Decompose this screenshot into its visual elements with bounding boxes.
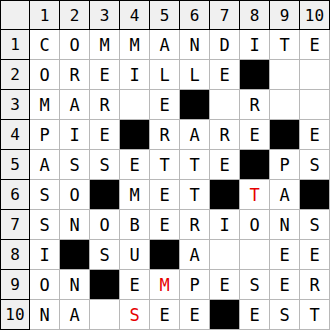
cell-r5c4[interactable]: E (120, 150, 150, 180)
cell-r4c3[interactable]: E (90, 120, 120, 150)
cell-r10c9[interactable]: S (270, 300, 300, 330)
block-cell-r4c4 (120, 120, 150, 150)
block-cell-r6c7 (210, 180, 240, 210)
cell-r9c5[interactable]: M (150, 270, 180, 300)
row-header-8: 8 (0, 240, 30, 270)
cell-r8c9[interactable]: E (270, 240, 300, 270)
cell-r10c6[interactable]: E (180, 300, 210, 330)
col-header-4: 4 (120, 0, 150, 30)
cell-r2c1[interactable]: O (30, 60, 60, 90)
cell-r6c4[interactable]: M (120, 180, 150, 210)
cell-r10c4[interactable]: S (120, 300, 150, 330)
col-header-1: 1 (30, 0, 60, 30)
cell-r9c8[interactable]: S (240, 270, 270, 300)
cell-r4c1[interactable]: P (30, 120, 60, 150)
cell-r9c1[interactable]: O (30, 270, 60, 300)
cell-r5c1[interactable]: A (30, 150, 60, 180)
cell-r10c10[interactable]: T (300, 300, 330, 330)
cell-r1c7[interactable]: D (210, 30, 240, 60)
cell-r5c9[interactable]: P (270, 150, 300, 180)
cell-r3c3[interactable]: R (90, 90, 120, 120)
col-header-10: 10 (300, 0, 330, 30)
row-header-10: 10 (0, 300, 30, 330)
cell-r7c1[interactable]: S (30, 210, 60, 240)
col-header-9: 9 (270, 0, 300, 30)
row-header-4: 4 (0, 120, 30, 150)
cell-r6c5[interactable]: E (150, 180, 180, 210)
cell-r5c6[interactable]: T (180, 150, 210, 180)
cell-r9c6[interactable]: P (180, 270, 210, 300)
cell-r5c10[interactable]: S (300, 150, 330, 180)
cell-r1c4[interactable]: M (120, 30, 150, 60)
cell-r7c8[interactable]: O (240, 210, 270, 240)
cell-r10c3[interactable] (90, 300, 120, 330)
cell-r3c2[interactable]: A (60, 90, 90, 120)
cell-r7c4[interactable]: B (120, 210, 150, 240)
cell-r6c1[interactable]: S (30, 180, 60, 210)
cell-r8c8[interactable] (240, 240, 270, 270)
row-header-5: 5 (0, 150, 30, 180)
block-cell-r4c9 (270, 120, 300, 150)
cell-r9c9[interactable]: E (270, 270, 300, 300)
cell-r2c4[interactable]: I (120, 60, 150, 90)
cell-r6c2[interactable]: O (60, 180, 90, 210)
row-header-3: 3 (0, 90, 30, 120)
cell-r8c4[interactable]: U (120, 240, 150, 270)
cell-r1c9[interactable]: T (270, 30, 300, 60)
cell-r3c7[interactable] (210, 90, 240, 120)
cell-r3c8[interactable]: R (240, 90, 270, 120)
corner-header (0, 0, 30, 30)
cell-r8c6[interactable]: A (180, 240, 210, 270)
block-cell-r5c8 (240, 150, 270, 180)
cell-r3c10[interactable] (300, 90, 330, 120)
cell-r7c7[interactable]: I (210, 210, 240, 240)
cell-r8c3[interactable]: S (90, 240, 120, 270)
row-header-2: 2 (0, 60, 30, 90)
cell-r1c5[interactable]: A (150, 30, 180, 60)
block-cell-r8c2 (60, 240, 90, 270)
col-header-2: 2 (60, 0, 90, 30)
cell-r3c5[interactable]: E (150, 90, 180, 120)
cell-r10c5[interactable]: E (150, 300, 180, 330)
block-cell-r9c3 (90, 270, 120, 300)
cell-r2c9[interactable] (270, 60, 300, 90)
cell-r5c5[interactable]: T (150, 150, 180, 180)
cell-r10c8[interactable]: E (240, 300, 270, 330)
cell-r4c2[interactable]: I (60, 120, 90, 150)
cell-r1c10[interactable]: E (300, 30, 330, 60)
cell-r2c6[interactable]: L (180, 60, 210, 90)
cell-r6c8[interactable]: T (240, 180, 270, 210)
cell-r7c5[interactable]: E (150, 210, 180, 240)
cell-r5c3[interactable]: S (90, 150, 120, 180)
cell-r6c9[interactable]: A (270, 180, 300, 210)
cell-r5c2[interactable]: S (60, 150, 90, 180)
cell-r7c9[interactable]: N (270, 210, 300, 240)
cell-r2c3[interactable]: E (90, 60, 120, 90)
cell-r9c7[interactable]: E (210, 270, 240, 300)
cell-r4c5[interactable]: R (150, 120, 180, 150)
cell-r10c2[interactable]: A (60, 300, 90, 330)
cell-r7c2[interactable]: N (60, 210, 90, 240)
cell-r6c6[interactable]: T (180, 180, 210, 210)
block-cell-r10c7 (210, 300, 240, 330)
cell-r4c7[interactable]: R (210, 120, 240, 150)
cell-r1c6[interactable]: N (180, 30, 210, 60)
cell-r2c2[interactable]: R (60, 60, 90, 90)
block-cell-r8c5 (150, 240, 180, 270)
cell-r4c10[interactable]: E (300, 120, 330, 150)
cell-r4c8[interactable]: E (240, 120, 270, 150)
col-header-7: 7 (210, 0, 240, 30)
block-cell-r2c8 (240, 60, 270, 90)
cell-r3c9[interactable] (270, 90, 300, 120)
cell-r9c10[interactable]: R (300, 270, 330, 300)
cell-r1c2[interactable]: O (60, 30, 90, 60)
cell-r8c7[interactable] (210, 240, 240, 270)
row-header-6: 6 (0, 180, 30, 210)
cell-r8c10[interactable]: E (300, 240, 330, 270)
col-header-3: 3 (90, 0, 120, 30)
cell-r1c3[interactable]: M (90, 30, 120, 60)
row-header-1: 1 (0, 30, 30, 60)
row-header-7: 7 (0, 210, 30, 240)
cell-r7c10[interactable]: S (300, 210, 330, 240)
row-header-9: 9 (0, 270, 30, 300)
cell-r7c3[interactable]: O (90, 210, 120, 240)
cell-r8c1[interactable]: I (30, 240, 60, 270)
cell-r3c1[interactable]: M (30, 90, 60, 120)
cell-r3c4[interactable] (120, 90, 150, 120)
cell-r2c5[interactable]: L (150, 60, 180, 90)
cell-r10c1[interactable]: N (30, 300, 60, 330)
block-cell-r3c6 (180, 90, 210, 120)
col-header-8: 8 (240, 0, 270, 30)
col-header-5: 5 (150, 0, 180, 30)
cell-r4c6[interactable]: A (180, 120, 210, 150)
block-cell-r6c10 (300, 180, 330, 210)
crossword-board: 123456789101COMMANDITE2OREILLE3MARER4PIE… (0, 0, 330, 330)
cell-r2c7[interactable]: E (210, 60, 240, 90)
cell-r7c6[interactable]: R (180, 210, 210, 240)
cell-r9c2[interactable]: N (60, 270, 90, 300)
block-cell-r6c3 (90, 180, 120, 210)
cell-r1c1[interactable]: C (30, 30, 60, 60)
cell-r2c10[interactable] (300, 60, 330, 90)
cell-r1c8[interactable]: I (240, 30, 270, 60)
cell-r5c7[interactable]: E (210, 150, 240, 180)
col-header-6: 6 (180, 0, 210, 30)
cell-r9c4[interactable]: E (120, 270, 150, 300)
